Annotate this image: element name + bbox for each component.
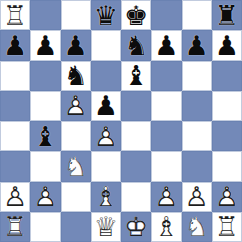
square-a2[interactable]: ♟♙ [0, 182, 30, 212]
square-c2[interactable] [61, 182, 91, 212]
piece-glyph-fill: ♝ [151, 212, 181, 242]
square-g2[interactable]: ♟♙ [182, 182, 212, 212]
piece-black-pawn[interactable]: ♟ [0, 30, 30, 60]
piece-glyph: ♟ [212, 30, 242, 60]
square-a4[interactable] [0, 121, 30, 151]
square-f2[interactable]: ♟♙ [151, 182, 181, 212]
piece-white-pawn[interactable]: ♟♙ [0, 182, 30, 212]
square-e7[interactable]: ♞ [121, 30, 151, 60]
piece-glyph-fill: ♞ [182, 212, 212, 242]
square-h3[interactable] [212, 151, 242, 181]
square-f5[interactable] [151, 91, 181, 121]
piece-glyph-fill: ♛ [91, 212, 121, 242]
square-e3[interactable] [121, 151, 151, 181]
piece-glyph-fill: ♟ [30, 182, 60, 212]
piece-black-rook[interactable]: ♜ [212, 0, 242, 30]
piece-glyph-outline: ♖ [0, 0, 30, 30]
piece-glyph-outline: ♙ [30, 182, 60, 212]
square-e1[interactable]: ♚♔ [121, 212, 151, 242]
piece-black-pawn[interactable]: ♟ [182, 30, 212, 60]
square-e8[interactable]: ♚ [121, 0, 151, 30]
piece-white-pawn[interactable]: ♟♙ [91, 121, 121, 151]
square-g6[interactable] [182, 61, 212, 91]
piece-white-pawn[interactable]: ♟♙ [61, 91, 91, 121]
piece-glyph: ♟ [30, 30, 60, 60]
piece-glyph-outline: ♔ [121, 212, 151, 242]
square-c7[interactable]: ♟ [61, 30, 91, 60]
square-b2[interactable]: ♟♙ [30, 182, 60, 212]
piece-white-queen[interactable]: ♛♕ [91, 212, 121, 242]
square-h6[interactable] [212, 61, 242, 91]
square-g3[interactable] [182, 151, 212, 181]
chess-board: ♜♖♛♚♜♟♟♟♞♟♟♟♞♝♟♙♟♝♟♙♞♘♟♙♟♙♝♗♟♙♟♙♟♙♜♖♛♕♚♔… [0, 0, 242, 242]
piece-glyph-outline: ♗ [151, 212, 181, 242]
piece-white-rook[interactable]: ♜♖ [0, 0, 30, 30]
piece-glyph-fill: ♟ [182, 182, 212, 212]
square-e4[interactable] [121, 121, 151, 151]
piece-white-rook[interactable]: ♜♖ [212, 212, 242, 242]
piece-black-knight[interactable]: ♞ [61, 61, 91, 91]
square-d6[interactable] [91, 61, 121, 91]
square-g7[interactable]: ♟ [182, 30, 212, 60]
square-a7[interactable]: ♟ [0, 30, 30, 60]
square-g8[interactable] [182, 0, 212, 30]
piece-glyph-outline: ♙ [212, 182, 242, 212]
square-e5[interactable] [121, 91, 151, 121]
square-d3[interactable] [91, 151, 121, 181]
square-c4[interactable] [61, 121, 91, 151]
piece-black-pawn[interactable]: ♟ [212, 30, 242, 60]
square-b8[interactable] [30, 0, 60, 30]
piece-black-pawn[interactable]: ♟ [61, 30, 91, 60]
piece-glyph-outline: ♗ [91, 182, 121, 212]
piece-white-king[interactable]: ♚♔ [121, 212, 151, 242]
square-e6[interactable]: ♝ [121, 61, 151, 91]
piece-glyph-outline: ♘ [61, 151, 91, 181]
square-g5[interactable] [182, 91, 212, 121]
piece-white-knight[interactable]: ♞♘ [182, 212, 212, 242]
piece-glyph: ♝ [30, 121, 60, 151]
square-h8[interactable]: ♜ [212, 0, 242, 30]
piece-glyph-fill: ♟ [61, 91, 91, 121]
piece-glyph-outline: ♙ [61, 91, 91, 121]
piece-white-knight[interactable]: ♞♘ [61, 151, 91, 181]
piece-white-rook[interactable]: ♜♖ [0, 212, 30, 242]
piece-glyph: ♟ [0, 30, 30, 60]
piece-glyph-fill: ♚ [121, 212, 151, 242]
square-h7[interactable]: ♟ [212, 30, 242, 60]
piece-glyph-fill: ♜ [0, 0, 30, 30]
piece-glyph-outline: ♙ [151, 182, 181, 212]
piece-glyph-outline: ♙ [91, 121, 121, 151]
square-b7[interactable]: ♟ [30, 30, 60, 60]
piece-glyph-outline: ♖ [0, 212, 30, 242]
square-b1[interactable] [30, 212, 60, 242]
square-d1[interactable]: ♛♕ [91, 212, 121, 242]
square-a6[interactable] [0, 61, 30, 91]
piece-white-pawn[interactable]: ♟♙ [30, 182, 60, 212]
piece-black-knight[interactable]: ♞ [121, 30, 151, 60]
piece-glyph: ♟ [91, 91, 121, 121]
piece-glyph-fill: ♜ [212, 212, 242, 242]
piece-black-king[interactable]: ♚ [121, 0, 151, 30]
piece-glyph: ♛ [91, 0, 121, 30]
square-a1[interactable]: ♜♖ [0, 212, 30, 242]
square-c1[interactable] [61, 212, 91, 242]
square-d2[interactable]: ♝♗ [91, 182, 121, 212]
piece-glyph: ♜ [212, 0, 242, 30]
square-d4[interactable]: ♟♙ [91, 121, 121, 151]
piece-glyph-outline: ♘ [182, 212, 212, 242]
piece-black-bishop[interactable]: ♝ [121, 61, 151, 91]
square-f8[interactable] [151, 0, 181, 30]
square-c3[interactable]: ♞♘ [61, 151, 91, 181]
square-c8[interactable] [61, 0, 91, 30]
piece-glyph-fill: ♟ [212, 182, 242, 212]
piece-white-bishop[interactable]: ♝♗ [91, 182, 121, 212]
square-d5[interactable]: ♟ [91, 91, 121, 121]
piece-glyph-outline: ♙ [0, 182, 30, 212]
square-b3[interactable] [30, 151, 60, 181]
square-a5[interactable] [0, 91, 30, 121]
square-g4[interactable] [182, 121, 212, 151]
square-f7[interactable]: ♟ [151, 30, 181, 60]
square-a8[interactable]: ♜♖ [0, 0, 30, 30]
piece-glyph-fill: ♝ [91, 182, 121, 212]
square-f3[interactable] [151, 151, 181, 181]
piece-glyph-outline: ♖ [212, 212, 242, 242]
square-e2[interactable] [121, 182, 151, 212]
square-b4[interactable]: ♝ [30, 121, 60, 151]
square-b6[interactable] [30, 61, 60, 91]
piece-white-pawn[interactable]: ♟♙ [151, 182, 181, 212]
square-f4[interactable] [151, 121, 181, 151]
square-h4[interactable] [212, 121, 242, 151]
piece-black-pawn[interactable]: ♟ [91, 91, 121, 121]
square-f6[interactable] [151, 61, 181, 91]
piece-glyph: ♟ [182, 30, 212, 60]
piece-glyph: ♚ [121, 0, 151, 30]
square-d8[interactable]: ♛ [91, 0, 121, 30]
square-g1[interactable]: ♞♘ [182, 212, 212, 242]
piece-glyph: ♟ [61, 30, 91, 60]
square-h5[interactable] [212, 91, 242, 121]
piece-glyph: ♞ [121, 30, 151, 60]
piece-white-bishop[interactable]: ♝♗ [151, 212, 181, 242]
piece-glyph-outline: ♙ [182, 182, 212, 212]
piece-glyph-fill: ♟ [151, 182, 181, 212]
square-d7[interactable] [91, 30, 121, 60]
piece-glyph: ♝ [121, 61, 151, 91]
square-c6[interactable]: ♞ [61, 61, 91, 91]
square-h2[interactable]: ♟♙ [212, 182, 242, 212]
piece-white-pawn[interactable]: ♟♙ [212, 182, 242, 212]
piece-glyph-fill: ♞ [61, 151, 91, 181]
square-h1[interactable]: ♜♖ [212, 212, 242, 242]
piece-glyph-fill: ♜ [0, 212, 30, 242]
piece-glyph: ♞ [61, 61, 91, 91]
piece-glyph: ♟ [151, 30, 181, 60]
square-c5[interactable]: ♟♙ [61, 91, 91, 121]
square-a3[interactable] [0, 151, 30, 181]
square-f1[interactable]: ♝♗ [151, 212, 181, 242]
piece-glyph-outline: ♕ [91, 212, 121, 242]
piece-glyph-fill: ♟ [91, 121, 121, 151]
piece-white-pawn[interactable]: ♟♙ [182, 182, 212, 212]
piece-black-pawn[interactable]: ♟ [151, 30, 181, 60]
piece-black-pawn[interactable]: ♟ [30, 30, 60, 60]
piece-glyph-fill: ♟ [0, 182, 30, 212]
square-b5[interactable] [30, 91, 60, 121]
piece-black-queen[interactable]: ♛ [91, 0, 121, 30]
piece-black-bishop[interactable]: ♝ [30, 121, 60, 151]
